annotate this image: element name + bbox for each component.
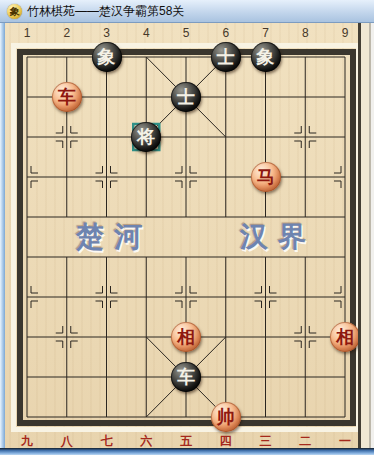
window-title: 竹林棋苑——楚汉争霸第58关 xyxy=(27,3,184,20)
piece-red-chariot[interactable]: 车 xyxy=(52,82,82,112)
piece-red-horse[interactable]: 马 xyxy=(251,162,281,192)
piece-black-general[interactable]: 将 xyxy=(131,122,161,152)
piece-black-elephant[interactable]: 象 xyxy=(92,42,122,72)
piece-black-advisor[interactable]: 士 xyxy=(211,42,241,72)
title-bar[interactable]: 象 竹林棋苑——楚汉争霸第58关 xyxy=(0,0,374,23)
piece-red-general[interactable]: 帅 xyxy=(211,402,241,432)
piece-red-elephant[interactable]: 相 xyxy=(171,322,201,352)
piece-red-elephant[interactable]: 相 xyxy=(330,322,360,352)
piece-black-chariot[interactable]: 车 xyxy=(171,362,201,392)
window-border-left xyxy=(0,23,5,455)
app-icon: 象 xyxy=(7,4,22,19)
pieces-layer: 象士象车士将马相相车帅 xyxy=(0,0,374,455)
piece-black-advisor[interactable]: 士 xyxy=(171,82,201,112)
window-border-bottom xyxy=(0,448,374,455)
window-edge-light xyxy=(361,23,369,448)
piece-black-elephant[interactable]: 象 xyxy=(251,42,281,72)
